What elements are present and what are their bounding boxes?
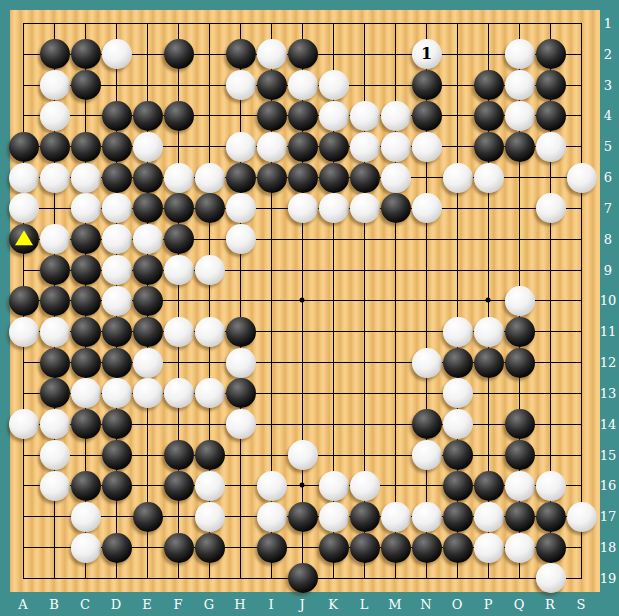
intersection-L7[interactable] [349,193,380,224]
intersection-B12[interactable] [39,347,70,378]
black-stone-C12[interactable] [71,348,101,378]
intersection-F13[interactable] [163,378,194,409]
intersection-M19[interactable] [380,563,411,594]
intersection-A11[interactable] [8,316,39,347]
intersection-S1[interactable] [566,8,597,39]
intersection-O16[interactable] [442,471,473,502]
intersection-R18[interactable] [535,532,566,563]
intersection-I2[interactable] [256,39,287,70]
white-stone-D9[interactable] [102,255,132,285]
black-stone-C11[interactable] [71,317,101,347]
intersection-I3[interactable] [256,70,287,101]
white-stone-B11[interactable] [40,317,70,347]
white-stone-D8[interactable] [102,224,132,254]
intersection-A18[interactable] [8,532,39,563]
intersection-I16[interactable] [256,471,287,502]
intersection-K3[interactable] [318,70,349,101]
intersection-H10[interactable] [225,286,256,317]
intersection-E13[interactable] [132,378,163,409]
intersection-S12[interactable] [566,347,597,378]
intersection-H8[interactable] [225,224,256,255]
intersection-D3[interactable] [101,70,132,101]
white-stone-N2[interactable]: 1 [412,39,442,69]
intersection-E18[interactable] [132,532,163,563]
intersection-N18[interactable] [411,532,442,563]
black-stone-C10[interactable] [71,286,101,316]
intersection-B16[interactable] [39,471,70,502]
intersection-R14[interactable] [535,409,566,440]
intersection-Q11[interactable] [504,316,535,347]
black-stone-L17[interactable] [350,502,380,532]
white-stone-P11[interactable] [474,317,504,347]
intersection-I4[interactable] [256,101,287,132]
intersection-C11[interactable] [70,316,101,347]
white-stone-H8[interactable] [226,224,256,254]
intersection-N19[interactable] [411,563,442,594]
intersection-O7[interactable] [442,193,473,224]
intersection-R11[interactable] [535,316,566,347]
black-stone-Q14[interactable] [505,409,535,439]
intersection-H19[interactable] [225,563,256,594]
intersection-D17[interactable] [101,501,132,532]
black-stone-E4[interactable] [133,101,163,131]
intersection-Q13[interactable] [504,378,535,409]
white-stone-B4[interactable] [40,101,70,131]
intersection-G17[interactable] [194,501,225,532]
intersection-H16[interactable] [225,471,256,502]
intersection-M10[interactable] [380,286,411,317]
white-stone-K4[interactable] [319,101,349,131]
intersection-K19[interactable] [318,563,349,594]
black-stone-F18[interactable] [164,533,194,563]
intersection-H3[interactable] [225,70,256,101]
intersection-B10[interactable] [39,286,70,317]
intersection-K13[interactable] [318,378,349,409]
intersection-S9[interactable] [566,255,597,286]
intersection-B2[interactable] [39,39,70,70]
black-stone-P5[interactable] [474,132,504,162]
intersection-C8[interactable] [70,224,101,255]
intersection-K11[interactable] [318,316,349,347]
white-stone-F13[interactable] [164,378,194,408]
black-stone-G18[interactable] [195,533,225,563]
intersection-R19[interactable] [535,563,566,594]
intersection-O14[interactable] [442,409,473,440]
black-stone-J19[interactable] [288,563,318,593]
white-stone-A7[interactable] [9,193,39,223]
white-stone-J7[interactable] [288,193,318,223]
white-stone-I17[interactable] [257,502,287,532]
white-stone-F9[interactable] [164,255,194,285]
intersection-H17[interactable] [225,501,256,532]
intersection-O8[interactable] [442,224,473,255]
intersection-O17[interactable] [442,501,473,532]
intersection-G14[interactable] [194,409,225,440]
intersection-D11[interactable] [101,316,132,347]
black-stone-A8[interactable] [9,224,39,254]
black-stone-H6[interactable] [226,163,256,193]
intersection-M13[interactable] [380,378,411,409]
intersection-D6[interactable] [101,162,132,193]
intersection-H9[interactable] [225,255,256,286]
black-stone-H2[interactable] [226,39,256,69]
intersection-E6[interactable] [132,162,163,193]
black-stone-Q12[interactable] [505,348,535,378]
intersection-B19[interactable] [39,563,70,594]
intersection-E16[interactable] [132,471,163,502]
intersection-K1[interactable] [318,8,349,39]
intersection-Q10[interactable] [504,286,535,317]
intersection-C4[interactable] [70,101,101,132]
white-stone-E8[interactable] [133,224,163,254]
intersection-K10[interactable] [318,286,349,317]
intersection-J8[interactable] [287,224,318,255]
white-stone-M4[interactable] [381,101,411,131]
intersection-L9[interactable] [349,255,380,286]
white-stone-F11[interactable] [164,317,194,347]
intersection-C18[interactable] [70,532,101,563]
intersection-L11[interactable] [349,316,380,347]
black-stone-O17[interactable] [443,502,473,532]
intersection-E3[interactable] [132,70,163,101]
intersection-F10[interactable] [163,286,194,317]
intersection-B1[interactable] [39,8,70,39]
intersection-R13[interactable] [535,378,566,409]
intersection-B5[interactable] [39,131,70,162]
black-stone-D12[interactable] [102,348,132,378]
intersection-P4[interactable] [473,101,504,132]
intersection-R12[interactable] [535,347,566,378]
intersection-O15[interactable] [442,440,473,471]
intersection-M4[interactable] [380,101,411,132]
intersection-N1[interactable] [411,8,442,39]
white-stone-H3[interactable] [226,70,256,100]
intersection-J10[interactable] [287,286,318,317]
intersection-J4[interactable] [287,101,318,132]
black-stone-O16[interactable] [443,471,473,501]
white-stone-B3[interactable] [40,70,70,100]
intersection-A1[interactable] [8,8,39,39]
white-stone-B8[interactable] [40,224,70,254]
intersection-N5[interactable] [411,131,442,162]
black-stone-F16[interactable] [164,471,194,501]
intersection-G19[interactable] [194,563,225,594]
intersection-P14[interactable] [473,409,504,440]
black-stone-F4[interactable] [164,101,194,131]
intersection-P13[interactable] [473,378,504,409]
white-stone-I16[interactable] [257,471,287,501]
white-stone-A6[interactable] [9,163,39,193]
intersection-N6[interactable] [411,162,442,193]
intersection-M16[interactable] [380,471,411,502]
intersection-N16[interactable] [411,471,442,502]
intersection-O19[interactable] [442,563,473,594]
white-stone-O6[interactable] [443,163,473,193]
intersection-N4[interactable] [411,101,442,132]
intersection-A9[interactable] [8,255,39,286]
black-stone-F2[interactable] [164,39,194,69]
intersection-E19[interactable] [132,563,163,594]
intersection-R3[interactable] [535,70,566,101]
intersection-I8[interactable] [256,224,287,255]
white-stone-G16[interactable] [195,471,225,501]
white-stone-R7[interactable] [536,193,566,223]
white-stone-P18[interactable] [474,533,504,563]
black-stone-E11[interactable] [133,317,163,347]
intersection-I5[interactable] [256,131,287,162]
intersection-A6[interactable] [8,162,39,193]
intersection-M9[interactable] [380,255,411,286]
intersection-F2[interactable] [163,39,194,70]
white-stone-J3[interactable] [288,70,318,100]
intersection-N8[interactable] [411,224,442,255]
intersection-F5[interactable] [163,131,194,162]
intersection-D5[interactable] [101,131,132,162]
intersection-S16[interactable] [566,471,597,502]
white-stone-E12[interactable] [133,348,163,378]
white-stone-K17[interactable] [319,502,349,532]
white-stone-Q18[interactable] [505,533,535,563]
black-stone-J5[interactable] [288,132,318,162]
black-stone-J6[interactable] [288,163,318,193]
intersection-S2[interactable] [566,39,597,70]
black-stone-B9[interactable] [40,255,70,285]
white-stone-L5[interactable] [350,132,380,162]
intersection-Q8[interactable] [504,224,535,255]
white-stone-C13[interactable] [71,378,101,408]
intersection-M12[interactable] [380,347,411,378]
intersection-E8[interactable] [132,224,163,255]
white-stone-D13[interactable] [102,378,132,408]
intersection-A13[interactable] [8,378,39,409]
white-stone-O11[interactable] [443,317,473,347]
black-stone-R3[interactable] [536,70,566,100]
intersection-R4[interactable] [535,101,566,132]
intersection-H18[interactable] [225,532,256,563]
black-stone-B13[interactable] [40,378,70,408]
intersection-R8[interactable] [535,224,566,255]
intersection-R16[interactable] [535,471,566,502]
intersection-R5[interactable] [535,131,566,162]
intersection-O9[interactable] [442,255,473,286]
white-stone-H14[interactable] [226,409,256,439]
intersection-N14[interactable] [411,409,442,440]
intersection-C16[interactable] [70,471,101,502]
intersection-O18[interactable] [442,532,473,563]
intersection-F1[interactable] [163,8,194,39]
intersection-K18[interactable] [318,532,349,563]
intersection-C5[interactable] [70,131,101,162]
intersection-D18[interactable] [101,532,132,563]
intersection-S10[interactable] [566,286,597,317]
black-stone-C16[interactable] [71,471,101,501]
intersection-J6[interactable] [287,162,318,193]
white-stone-P17[interactable] [474,502,504,532]
black-stone-K18[interactable] [319,533,349,563]
black-stone-D14[interactable] [102,409,132,439]
intersection-R2[interactable] [535,39,566,70]
white-stone-M17[interactable] [381,502,411,532]
intersection-B11[interactable] [39,316,70,347]
black-stone-D16[interactable] [102,471,132,501]
intersection-Q6[interactable] [504,162,535,193]
intersection-P19[interactable] [473,563,504,594]
intersection-A2[interactable] [8,39,39,70]
intersection-F6[interactable] [163,162,194,193]
intersection-Q14[interactable] [504,409,535,440]
intersection-M15[interactable] [380,440,411,471]
black-stone-D11[interactable] [102,317,132,347]
black-stone-E17[interactable] [133,502,163,532]
black-stone-K6[interactable] [319,163,349,193]
intersection-R7[interactable] [535,193,566,224]
intersection-A14[interactable] [8,409,39,440]
intersection-H11[interactable] [225,316,256,347]
intersection-P11[interactable] [473,316,504,347]
white-stone-F6[interactable] [164,163,194,193]
black-stone-E6[interactable] [133,163,163,193]
intersection-J5[interactable] [287,131,318,162]
intersection-C6[interactable] [70,162,101,193]
white-stone-J15[interactable] [288,440,318,470]
intersection-G3[interactable] [194,70,225,101]
intersection-O6[interactable] [442,162,473,193]
intersection-H1[interactable] [225,8,256,39]
intersection-G7[interactable] [194,193,225,224]
intersection-D16[interactable] [101,471,132,502]
intersection-I18[interactable] [256,532,287,563]
black-stone-J17[interactable] [288,502,318,532]
intersection-J15[interactable] [287,440,318,471]
intersection-L15[interactable] [349,440,380,471]
intersection-J17[interactable] [287,501,318,532]
black-stone-Q5[interactable] [505,132,535,162]
white-stone-O13[interactable] [443,378,473,408]
intersection-G9[interactable] [194,255,225,286]
intersection-N11[interactable] [411,316,442,347]
intersection-L16[interactable] [349,471,380,502]
black-stone-B10[interactable] [40,286,70,316]
white-stone-I2[interactable] [257,39,287,69]
white-stone-G13[interactable] [195,378,225,408]
white-stone-M5[interactable] [381,132,411,162]
intersection-B9[interactable] [39,255,70,286]
black-stone-R17[interactable] [536,502,566,532]
intersection-J1[interactable] [287,8,318,39]
intersection-F15[interactable] [163,440,194,471]
intersection-O3[interactable] [442,70,473,101]
intersection-Q5[interactable] [504,131,535,162]
intersection-M6[interactable] [380,162,411,193]
black-stone-P3[interactable] [474,70,504,100]
intersection-G6[interactable] [194,162,225,193]
black-stone-A10[interactable] [9,286,39,316]
black-stone-E10[interactable] [133,286,163,316]
intersection-L6[interactable] [349,162,380,193]
intersection-J7[interactable] [287,193,318,224]
white-stone-S6[interactable] [567,163,597,193]
white-stone-O14[interactable] [443,409,473,439]
black-stone-I18[interactable] [257,533,287,563]
intersection-E14[interactable] [132,409,163,440]
intersection-D12[interactable] [101,347,132,378]
intersection-E17[interactable] [132,501,163,532]
intersection-B6[interactable] [39,162,70,193]
intersection-Q4[interactable] [504,101,535,132]
intersection-C10[interactable] [70,286,101,317]
intersection-L17[interactable] [349,501,380,532]
intersection-S13[interactable] [566,378,597,409]
intersection-F16[interactable] [163,471,194,502]
intersection-O4[interactable] [442,101,473,132]
intersection-G13[interactable] [194,378,225,409]
intersection-M14[interactable] [380,409,411,440]
intersection-G2[interactable] [194,39,225,70]
intersection-K6[interactable] [318,162,349,193]
intersection-S8[interactable] [566,224,597,255]
intersection-C17[interactable] [70,501,101,532]
black-stone-D18[interactable] [102,533,132,563]
intersection-J3[interactable] [287,70,318,101]
intersection-C19[interactable] [70,563,101,594]
intersection-L13[interactable] [349,378,380,409]
intersection-N10[interactable] [411,286,442,317]
intersection-H5[interactable] [225,131,256,162]
intersection-Q17[interactable] [504,501,535,532]
white-stone-S17[interactable] [567,502,597,532]
intersection-P16[interactable] [473,471,504,502]
intersection-R9[interactable] [535,255,566,286]
intersection-D14[interactable] [101,409,132,440]
intersection-G15[interactable] [194,440,225,471]
intersection-C15[interactable] [70,440,101,471]
intersection-Q15[interactable] [504,440,535,471]
intersection-A16[interactable] [8,471,39,502]
intersection-E10[interactable] [132,286,163,317]
intersection-A8[interactable] [8,224,39,255]
black-stone-N3[interactable] [412,70,442,100]
intersection-D15[interactable] [101,440,132,471]
intersection-E2[interactable] [132,39,163,70]
intersection-J19[interactable] [287,563,318,594]
white-stone-E5[interactable] [133,132,163,162]
intersection-M7[interactable] [380,193,411,224]
intersection-L19[interactable] [349,563,380,594]
intersection-Q7[interactable] [504,193,535,224]
black-stone-R18[interactable] [536,533,566,563]
intersection-B13[interactable] [39,378,70,409]
white-stone-N12[interactable] [412,348,442,378]
black-stone-P16[interactable] [474,471,504,501]
black-stone-I4[interactable] [257,101,287,131]
black-stone-O12[interactable] [443,348,473,378]
intersection-P1[interactable] [473,8,504,39]
intersection-A10[interactable] [8,286,39,317]
black-stone-M7[interactable] [381,193,411,223]
black-stone-G7[interactable] [195,193,225,223]
black-stone-N14[interactable] [412,409,442,439]
intersection-P17[interactable] [473,501,504,532]
intersection-P15[interactable] [473,440,504,471]
white-stone-I5[interactable] [257,132,287,162]
intersection-N17[interactable] [411,501,442,532]
intersection-F18[interactable] [163,532,194,563]
intersection-M3[interactable] [380,70,411,101]
intersection-I13[interactable] [256,378,287,409]
intersection-I6[interactable] [256,162,287,193]
intersection-P5[interactable] [473,131,504,162]
intersection-A7[interactable] [8,193,39,224]
